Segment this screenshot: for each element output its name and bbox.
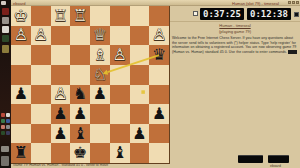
square-c2[interactable] bbox=[110, 26, 130, 46]
piece-wP[interactable]: ♙ bbox=[53, 86, 67, 102]
black-clock: 0:12:38 bbox=[247, 8, 291, 20]
square-e6[interactable]: ♟ bbox=[70, 104, 90, 124]
square-e2[interactable] bbox=[70, 26, 90, 46]
piece-bP[interactable]: ♟ bbox=[132, 126, 146, 142]
square-e1[interactable]: ♖ bbox=[70, 6, 90, 26]
console-message: Welcome to the Free Internet Chess Serve… bbox=[172, 36, 296, 54]
square-d5[interactable]: ♟ bbox=[90, 85, 110, 105]
desktop-dock bbox=[0, 0, 11, 168]
square-c3[interactable]: ♙ bbox=[110, 45, 130, 65]
piece-wP[interactable]: ♙ bbox=[33, 27, 47, 43]
minimize-icon[interactable] bbox=[288, 1, 291, 4]
square-b4[interactable] bbox=[130, 65, 150, 85]
square-h8[interactable]: ♜ bbox=[11, 143, 31, 163]
status-bar: Game 79: Human vs. Human - standard 45 0… bbox=[13, 163, 203, 168]
square-g3[interactable] bbox=[31, 45, 51, 65]
black-color-indicator bbox=[294, 12, 299, 17]
white-to-move-indicator bbox=[193, 11, 198, 16]
piece-wQ[interactable]: ♕ bbox=[93, 27, 107, 43]
square-a3[interactable]: ♛ bbox=[149, 45, 169, 65]
window-title-game-info: Human (slot 79) - timeseal bbox=[232, 1, 279, 6]
square-d1[interactable] bbox=[90, 6, 110, 26]
piece-wN[interactable]: ♘ bbox=[93, 67, 107, 83]
square-b6[interactable] bbox=[130, 104, 150, 124]
piece-wP[interactable]: ♙ bbox=[152, 27, 166, 43]
app-light-icon[interactable] bbox=[2, 26, 9, 33]
square-c4[interactable] bbox=[110, 65, 130, 85]
square-d2[interactable]: ♕ bbox=[90, 26, 110, 46]
square-g1[interactable] bbox=[31, 6, 51, 26]
piece-wB[interactable]: ♗ bbox=[93, 47, 107, 63]
square-c5[interactable] bbox=[110, 85, 130, 105]
square-h6[interactable] bbox=[11, 104, 31, 124]
white-clock: 0:37:25 bbox=[200, 8, 244, 20]
pager-icon[interactable] bbox=[1, 146, 9, 152]
piece-bP[interactable]: ♟ bbox=[152, 106, 166, 122]
window-controls bbox=[288, 1, 299, 4]
piece-bN[interactable]: ♞ bbox=[73, 86, 87, 102]
game-status-label: (playing game 79) bbox=[170, 29, 300, 34]
square-g6[interactable] bbox=[31, 104, 51, 124]
square-h7[interactable] bbox=[11, 124, 31, 144]
panel-divider bbox=[170, 21, 300, 22]
app-olive-icon[interactable] bbox=[2, 45, 9, 53]
tray-icon-7[interactable] bbox=[1, 131, 5, 135]
piece-wK[interactable]: ♔ bbox=[14, 8, 28, 24]
game-players-label: Human - timeseal bbox=[170, 23, 300, 28]
menu-icon[interactable] bbox=[1, 1, 6, 5]
square-f5[interactable]: ♙ bbox=[51, 85, 71, 105]
piece-bR[interactable]: ♜ bbox=[14, 145, 28, 161]
app-red-icon[interactable] bbox=[2, 8, 9, 15]
square-h2[interactable]: ♙ bbox=[11, 26, 31, 46]
piece-bB[interactable]: ♝ bbox=[73, 126, 87, 142]
square-f6[interactable]: ♟ bbox=[51, 104, 71, 124]
square-a8[interactable] bbox=[149, 143, 169, 163]
square-f7[interactable]: ♟ bbox=[51, 124, 71, 144]
square-b2[interactable] bbox=[130, 26, 150, 46]
tray-icon-2[interactable] bbox=[6, 113, 10, 117]
square-b5[interactable] bbox=[130, 85, 150, 105]
square-a4[interactable] bbox=[149, 65, 169, 85]
square-a2[interactable]: ♙ bbox=[149, 26, 169, 46]
piece-wP[interactable]: ♙ bbox=[112, 47, 126, 63]
square-f8[interactable] bbox=[51, 143, 71, 163]
square-f1[interactable]: ♖ bbox=[51, 6, 71, 26]
square-c6[interactable] bbox=[110, 104, 130, 124]
square-b1[interactable] bbox=[130, 6, 150, 26]
clock-dock-icon[interactable] bbox=[1, 156, 9, 166]
maximize-icon[interactable] bbox=[292, 1, 295, 4]
chess-board: ♔♖♖♙♙♕♙♗♙♛♘♟♙♞♟♟♟♟♟♝♟♜♚♝ bbox=[11, 6, 170, 164]
square-c7[interactable] bbox=[110, 124, 130, 144]
square-h5[interactable]: ♟ bbox=[11, 85, 31, 105]
server-console-output[interactable]: Welcome to the Free Internet Chess Serve… bbox=[172, 36, 298, 54]
piece-bK[interactable]: ♚ bbox=[73, 145, 87, 161]
square-g4[interactable] bbox=[31, 65, 51, 85]
square-a7[interactable] bbox=[149, 124, 169, 144]
piece-bP[interactable]: ♟ bbox=[93, 86, 107, 102]
piece-wP[interactable]: ♙ bbox=[14, 27, 28, 43]
square-d4[interactable]: ♘ bbox=[90, 65, 110, 85]
piece-wR[interactable]: ♖ bbox=[73, 8, 87, 24]
piece-bP[interactable]: ♟ bbox=[53, 106, 67, 122]
square-e4[interactable] bbox=[70, 65, 90, 85]
square-g7[interactable] bbox=[31, 124, 51, 144]
square-h4[interactable] bbox=[11, 65, 31, 85]
window-title: eboard bbox=[13, 1, 25, 6]
square-f2[interactable] bbox=[51, 26, 71, 46]
tray-icon-6[interactable] bbox=[6, 125, 10, 129]
console-selection-block bbox=[288, 50, 297, 54]
app-signature: eboard bbox=[270, 164, 281, 168]
app-gray-icon[interactable] bbox=[2, 17, 9, 24]
square-a1[interactable] bbox=[149, 6, 169, 26]
lag-display-black bbox=[268, 155, 289, 163]
tray-icon-5[interactable] bbox=[1, 125, 5, 129]
tray-icon-8[interactable] bbox=[6, 131, 10, 135]
square-g2[interactable]: ♙ bbox=[31, 26, 51, 46]
square-a6[interactable]: ♟ bbox=[149, 104, 169, 124]
square-e7[interactable]: ♝ bbox=[70, 124, 90, 144]
square-c8[interactable]: ♝ bbox=[110, 143, 130, 163]
piece-bP[interactable]: ♟ bbox=[14, 86, 28, 102]
square-d6[interactable] bbox=[90, 104, 110, 124]
tray-icon-3[interactable] bbox=[1, 119, 5, 123]
square-f3[interactable] bbox=[51, 45, 71, 65]
piece-bQ[interactable]: ♛ bbox=[152, 47, 166, 63]
square-d7[interactable] bbox=[90, 124, 110, 144]
square-e3[interactable] bbox=[70, 45, 90, 65]
piece-bP[interactable]: ♟ bbox=[53, 126, 67, 142]
tray-icon-4[interactable] bbox=[6, 119, 10, 123]
lag-display-white bbox=[238, 155, 263, 163]
square-c1[interactable] bbox=[110, 6, 130, 26]
piece-bB[interactable]: ♝ bbox=[112, 145, 126, 161]
close-icon[interactable] bbox=[296, 1, 299, 4]
square-b3[interactable] bbox=[130, 45, 150, 65]
piece-wR[interactable]: ♖ bbox=[53, 8, 67, 24]
square-f4[interactable] bbox=[51, 65, 71, 85]
square-h3[interactable] bbox=[11, 45, 31, 65]
square-g8[interactable] bbox=[31, 143, 51, 163]
piece-bP[interactable]: ♟ bbox=[73, 106, 87, 122]
square-b7[interactable]: ♟ bbox=[130, 124, 150, 144]
tray-icon-1[interactable] bbox=[1, 113, 5, 117]
app-darkgreen-icon[interactable] bbox=[2, 35, 9, 42]
square-b8[interactable] bbox=[130, 143, 150, 163]
square-g5[interactable] bbox=[31, 85, 51, 105]
square-d3[interactable]: ♗ bbox=[90, 45, 110, 65]
square-e8[interactable]: ♚ bbox=[70, 143, 90, 163]
square-a5[interactable] bbox=[149, 85, 169, 105]
square-e5[interactable]: ♞ bbox=[70, 85, 90, 105]
square-h1[interactable]: ♔ bbox=[11, 6, 31, 26]
square-d8[interactable] bbox=[90, 143, 110, 163]
desktop-screen: eboard Human (slot 79) - timeseal ♔♖♖♙♙♕… bbox=[0, 0, 300, 168]
